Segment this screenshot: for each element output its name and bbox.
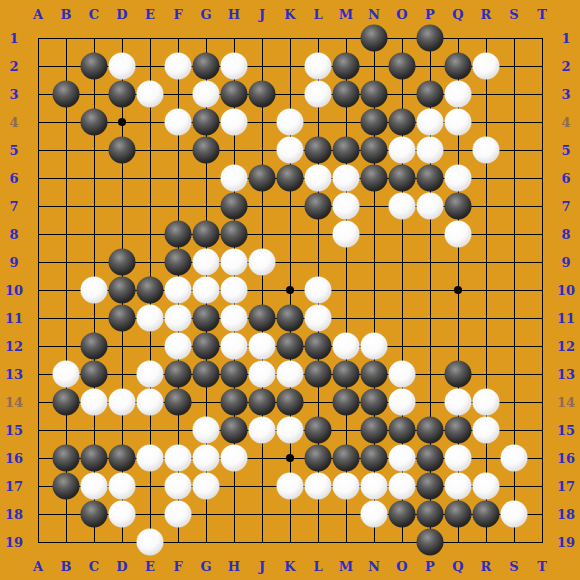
row-label-right: 15: [557, 424, 575, 437]
black-stone-B17: [53, 473, 80, 500]
white-stone-M8: [333, 221, 360, 248]
row-label-left: 1: [9, 32, 18, 45]
black-stone-H13: [221, 361, 248, 388]
white-stone-F11: [165, 305, 192, 332]
column-label-bottom: S: [509, 560, 518, 573]
row-label-right: 2: [561, 60, 570, 73]
row-label-right: 16: [557, 452, 575, 465]
row-label-right: 19: [557, 536, 575, 549]
white-stone-M7: [333, 193, 360, 220]
white-stone-N12: [361, 333, 388, 360]
black-stone-N15: [361, 417, 388, 444]
black-stone-O18: [389, 501, 416, 528]
black-stone-L5: [305, 137, 332, 164]
white-stone-F16: [165, 445, 192, 472]
row-label-left: 5: [9, 144, 18, 157]
black-stone-M13: [333, 361, 360, 388]
white-stone-P5: [417, 137, 444, 164]
white-stone-G16: [193, 445, 220, 472]
white-stone-H2: [221, 53, 248, 80]
white-stone-O5: [389, 137, 416, 164]
white-stone-M17: [333, 473, 360, 500]
star-point: [286, 454, 294, 462]
black-stone-P3: [417, 81, 444, 108]
black-stone-N3: [361, 81, 388, 108]
white-stone-O13: [389, 361, 416, 388]
column-label-top: B: [61, 8, 72, 21]
row-label-left: 12: [5, 340, 23, 353]
white-stone-G10: [193, 277, 220, 304]
black-stone-H3: [221, 81, 248, 108]
white-stone-K15: [277, 417, 304, 444]
white-stone-F4: [165, 109, 192, 136]
black-stone-J6: [249, 165, 276, 192]
black-stone-P1: [417, 25, 444, 52]
black-stone-N4: [361, 109, 388, 136]
column-label-top: N: [368, 8, 380, 21]
white-stone-L10: [305, 277, 332, 304]
white-stone-F10: [165, 277, 192, 304]
row-label-left: 13: [5, 368, 23, 381]
white-stone-K13: [277, 361, 304, 388]
black-stone-C12: [81, 333, 108, 360]
black-stone-N6: [361, 165, 388, 192]
black-stone-G12: [193, 333, 220, 360]
row-label-right: 7: [561, 200, 570, 213]
black-stone-H7: [221, 193, 248, 220]
white-stone-Q17: [445, 473, 472, 500]
black-stone-H14: [221, 389, 248, 416]
black-stone-C16: [81, 445, 108, 472]
black-stone-N5: [361, 137, 388, 164]
white-stone-R15: [473, 417, 500, 444]
white-stone-G9: [193, 249, 220, 276]
white-stone-R14: [473, 389, 500, 416]
black-stone-M5: [333, 137, 360, 164]
column-label-bottom: F: [173, 560, 182, 573]
column-label-bottom: R: [481, 560, 492, 573]
column-label-top: T: [537, 8, 547, 21]
white-stone-J15: [249, 417, 276, 444]
column-label-bottom: M: [339, 560, 353, 573]
white-stone-S16: [501, 445, 528, 472]
black-stone-K6: [277, 165, 304, 192]
black-stone-P19: [417, 529, 444, 556]
column-label-top: L: [313, 8, 322, 21]
white-stone-F17: [165, 473, 192, 500]
black-stone-D9: [109, 249, 136, 276]
column-label-top: G: [200, 8, 211, 21]
column-label-bottom: D: [116, 560, 127, 573]
black-stone-L15: [305, 417, 332, 444]
column-label-bottom: H: [228, 560, 240, 573]
row-label-left: 19: [5, 536, 23, 549]
column-label-bottom: Q: [452, 560, 463, 573]
white-stone-O7: [389, 193, 416, 220]
white-stone-E19: [137, 529, 164, 556]
black-stone-N13: [361, 361, 388, 388]
white-stone-H9: [221, 249, 248, 276]
white-stone-L17: [305, 473, 332, 500]
column-label-top: C: [89, 8, 99, 21]
black-stone-O4: [389, 109, 416, 136]
white-stone-Q6: [445, 165, 472, 192]
black-stone-D16: [109, 445, 136, 472]
black-stone-M14: [333, 389, 360, 416]
row-label-left: 3: [9, 88, 18, 101]
black-stone-J14: [249, 389, 276, 416]
black-stone-G2: [193, 53, 220, 80]
black-stone-L12: [305, 333, 332, 360]
black-stone-G8: [193, 221, 220, 248]
white-stone-D17: [109, 473, 136, 500]
row-label-left: 7: [9, 200, 18, 213]
white-stone-C17: [81, 473, 108, 500]
white-stone-P4: [417, 109, 444, 136]
black-stone-O6: [389, 165, 416, 192]
row-label-right: 3: [561, 88, 570, 101]
white-stone-K17: [277, 473, 304, 500]
row-label-left: 9: [9, 256, 18, 269]
white-stone-E11: [137, 305, 164, 332]
row-label-right: 18: [557, 508, 575, 521]
column-label-top: F: [173, 8, 182, 21]
row-label-right: 8: [561, 228, 570, 241]
column-label-bottom: A: [33, 560, 43, 573]
column-label-top: D: [116, 8, 127, 21]
black-stone-N14: [361, 389, 388, 416]
black-stone-H15: [221, 417, 248, 444]
column-label-top: S: [509, 8, 518, 21]
column-label-top: J: [259, 8, 265, 21]
white-stone-L6: [305, 165, 332, 192]
black-stone-P17: [417, 473, 444, 500]
black-stone-K14: [277, 389, 304, 416]
white-stone-J13: [249, 361, 276, 388]
black-stone-Q13: [445, 361, 472, 388]
white-stone-H10: [221, 277, 248, 304]
row-label-right: 11: [557, 312, 575, 325]
white-stone-J12: [249, 333, 276, 360]
black-stone-P6: [417, 165, 444, 192]
row-label-right: 14: [557, 396, 575, 409]
row-label-right: 5: [561, 144, 570, 157]
column-label-top: Q: [452, 8, 463, 21]
row-label-right: 13: [557, 368, 575, 381]
row-label-left: 8: [9, 228, 18, 241]
row-label-left: 4: [9, 116, 18, 129]
white-stone-F12: [165, 333, 192, 360]
white-stone-O17: [389, 473, 416, 500]
row-label-right: 10: [557, 284, 575, 297]
black-stone-P16: [417, 445, 444, 472]
white-stone-O14: [389, 389, 416, 416]
white-stone-J9: [249, 249, 276, 276]
row-label-right: 9: [561, 256, 570, 269]
black-stone-J11: [249, 305, 276, 332]
white-stone-H12: [221, 333, 248, 360]
column-label-bottom: B: [61, 560, 72, 573]
row-label-left: 17: [5, 480, 23, 493]
row-label-right: 12: [557, 340, 575, 353]
black-stone-M2: [333, 53, 360, 80]
column-label-top: A: [33, 8, 43, 21]
black-stone-G11: [193, 305, 220, 332]
row-label-left: 16: [5, 452, 23, 465]
black-stone-N1: [361, 25, 388, 52]
white-stone-B13: [53, 361, 80, 388]
column-label-bottom: C: [89, 560, 99, 573]
row-label-left: 18: [5, 508, 23, 521]
column-label-bottom: E: [145, 560, 155, 573]
white-stone-P7: [417, 193, 444, 220]
white-stone-M12: [333, 333, 360, 360]
column-label-bottom: K: [284, 560, 295, 573]
white-stone-C10: [81, 277, 108, 304]
black-stone-C4: [81, 109, 108, 136]
white-stone-E3: [137, 81, 164, 108]
black-stone-G4: [193, 109, 220, 136]
white-stone-H6: [221, 165, 248, 192]
white-stone-Q3: [445, 81, 472, 108]
white-stone-R2: [473, 53, 500, 80]
white-stone-D14: [109, 389, 136, 416]
black-stone-C18: [81, 501, 108, 528]
white-stone-Q14: [445, 389, 472, 416]
white-stone-C14: [81, 389, 108, 416]
black-stone-B14: [53, 389, 80, 416]
white-stone-L11: [305, 305, 332, 332]
black-stone-D5: [109, 137, 136, 164]
black-stone-L7: [305, 193, 332, 220]
row-label-left: 11: [5, 312, 23, 325]
black-stone-D3: [109, 81, 136, 108]
white-stone-E14: [137, 389, 164, 416]
row-label-right: 6: [561, 172, 570, 185]
black-stone-D11: [109, 305, 136, 332]
black-stone-R18: [473, 501, 500, 528]
column-label-top: K: [284, 8, 295, 21]
column-label-top: H: [228, 8, 240, 21]
column-label-bottom: N: [368, 560, 380, 573]
white-stone-R5: [473, 137, 500, 164]
row-label-right: 17: [557, 480, 575, 493]
black-stone-O2: [389, 53, 416, 80]
column-label-top: P: [425, 8, 435, 21]
black-stone-F14: [165, 389, 192, 416]
white-stone-N18: [361, 501, 388, 528]
star-point: [118, 118, 126, 126]
black-stone-K11: [277, 305, 304, 332]
star-point: [286, 286, 294, 294]
row-label-left: 14: [5, 396, 23, 409]
column-label-top: O: [396, 8, 407, 21]
black-stone-H8: [221, 221, 248, 248]
column-label-bottom: J: [259, 560, 265, 573]
black-stone-C13: [81, 361, 108, 388]
white-stone-L2: [305, 53, 332, 80]
row-label-left: 15: [5, 424, 23, 437]
white-stone-G15: [193, 417, 220, 444]
black-stone-B16: [53, 445, 80, 472]
column-label-bottom: P: [425, 560, 435, 573]
white-stone-F18: [165, 501, 192, 528]
white-stone-H4: [221, 109, 248, 136]
black-stone-F8: [165, 221, 192, 248]
row-label-left: 6: [9, 172, 18, 185]
black-stone-Q2: [445, 53, 472, 80]
white-stone-E16: [137, 445, 164, 472]
row-label-right: 4: [561, 116, 570, 129]
white-stone-L3: [305, 81, 332, 108]
black-stone-L13: [305, 361, 332, 388]
black-stone-J3: [249, 81, 276, 108]
goban: AABBCCDDEEFFGGHHJJKKLLMMNNOOPPQQRRSSTT11…: [0, 0, 580, 580]
black-stone-M16: [333, 445, 360, 472]
black-stone-F9: [165, 249, 192, 276]
black-stone-G13: [193, 361, 220, 388]
black-stone-Q7: [445, 193, 472, 220]
white-stone-K4: [277, 109, 304, 136]
white-stone-E13: [137, 361, 164, 388]
black-stone-L16: [305, 445, 332, 472]
black-stone-P15: [417, 417, 444, 444]
row-label-left: 2: [9, 60, 18, 73]
white-stone-F2: [165, 53, 192, 80]
white-stone-D18: [109, 501, 136, 528]
column-label-bottom: G: [200, 560, 211, 573]
row-label-left: 10: [5, 284, 23, 297]
white-stone-G3: [193, 81, 220, 108]
column-label-top: E: [145, 8, 155, 21]
white-stone-D2: [109, 53, 136, 80]
column-label-top: R: [481, 8, 492, 21]
black-stone-K12: [277, 333, 304, 360]
white-stone-H11: [221, 305, 248, 332]
black-stone-P18: [417, 501, 444, 528]
column-label-bottom: L: [313, 560, 322, 573]
column-label-bottom: O: [396, 560, 407, 573]
white-stone-N17: [361, 473, 388, 500]
white-stone-R17: [473, 473, 500, 500]
star-point: [454, 286, 462, 294]
white-stone-Q4: [445, 109, 472, 136]
black-stone-B3: [53, 81, 80, 108]
white-stone-S18: [501, 501, 528, 528]
column-label-top: M: [339, 8, 353, 21]
black-stone-E10: [137, 277, 164, 304]
black-stone-D10: [109, 277, 136, 304]
white-stone-K5: [277, 137, 304, 164]
black-stone-C2: [81, 53, 108, 80]
black-stone-N16: [361, 445, 388, 472]
black-stone-Q15: [445, 417, 472, 444]
white-stone-M6: [333, 165, 360, 192]
column-label-bottom: T: [537, 560, 547, 573]
white-stone-Q8: [445, 221, 472, 248]
white-stone-Q16: [445, 445, 472, 472]
black-stone-G5: [193, 137, 220, 164]
black-stone-O15: [389, 417, 416, 444]
row-label-right: 1: [561, 32, 570, 45]
black-stone-Q18: [445, 501, 472, 528]
white-stone-O16: [389, 445, 416, 472]
black-stone-F13: [165, 361, 192, 388]
white-stone-G17: [193, 473, 220, 500]
white-stone-H16: [221, 445, 248, 472]
black-stone-M3: [333, 81, 360, 108]
